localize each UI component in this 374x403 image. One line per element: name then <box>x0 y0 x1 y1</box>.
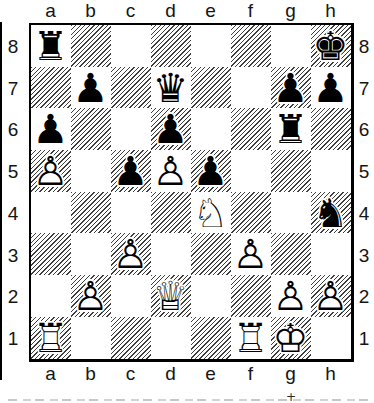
pawn-silhouette: ♟ <box>31 150 71 192</box>
rank-label-left-1: 1 <box>8 329 19 348</box>
rank-label-right-2: 2 <box>359 287 370 306</box>
file-labels-bottom: abcdefgh <box>31 363 351 384</box>
pawn-silhouette: ♟ <box>71 275 111 317</box>
square-b3 <box>71 233 111 275</box>
white-pawn-icon: ♙ <box>151 150 191 192</box>
rank-label-right-4: 4 <box>359 204 370 223</box>
diagram-page: abcdefgh 87654321 ♜♚♟♛♟♟♟♟♜♟♙♟♟♙♟♞♘♞♟♙♟♙… <box>0 0 374 403</box>
square-c6 <box>111 108 151 150</box>
cropped-caption-line <box>8 399 370 401</box>
black-rook-icon: ♜ <box>271 108 311 150</box>
piece-black-king-h8: ♚ <box>311 25 351 67</box>
square-g8 <box>271 25 311 67</box>
rook-silhouette: ♜ <box>231 317 271 359</box>
square-a1: ♜♖ <box>31 317 71 359</box>
square-h3 <box>311 233 351 275</box>
piece-black-knight-h4: ♞ <box>311 192 351 234</box>
piece-white-pawn-g2: ♟♙ <box>271 275 311 317</box>
square-d4 <box>151 192 191 234</box>
rank-label-right-3: 3 <box>359 246 370 265</box>
rank-label-left-7: 7 <box>8 79 19 98</box>
white-pawn-icon: ♙ <box>111 233 151 275</box>
black-pawn-icon: ♟ <box>271 67 311 109</box>
square-c1 <box>111 317 151 359</box>
piece-black-rook-g6: ♜ <box>271 108 311 150</box>
square-c7 <box>111 67 151 109</box>
white-knight-icon: ♘ <box>191 192 231 234</box>
cropped-caption-fragment: + <box>286 391 296 403</box>
white-pawn-icon: ♙ <box>31 150 71 192</box>
square-h1 <box>311 317 351 359</box>
square-d3 <box>151 233 191 275</box>
piece-black-pawn-c5: ♟ <box>111 150 151 192</box>
piece-black-pawn-b7: ♟ <box>71 67 111 109</box>
black-queen-icon: ♛ <box>151 67 191 109</box>
square-g1: ♚♔ <box>271 317 311 359</box>
file-labels-top: abcdefgh <box>31 0 351 21</box>
piece-white-rook-f1: ♜♖ <box>231 317 271 359</box>
black-king-icon: ♚ <box>311 25 351 67</box>
piece-black-pawn-h7: ♟ <box>311 67 351 109</box>
piece-white-rook-a1: ♜♖ <box>31 317 71 359</box>
square-e1 <box>191 317 231 359</box>
square-g5 <box>271 150 311 192</box>
file-label-bottom-c: c <box>126 364 136 383</box>
rank-label-left-5: 5 <box>8 162 19 181</box>
pawn-silhouette: ♟ <box>271 275 311 317</box>
file-label-top-d: d <box>165 1 176 20</box>
white-rook-icon: ♖ <box>31 317 71 359</box>
file-label-bottom-e: e <box>205 364 216 383</box>
piece-black-queen-d7: ♛ <box>151 67 191 109</box>
rank-label-right-7: 7 <box>359 79 370 98</box>
square-b2: ♟♙ <box>71 275 111 317</box>
square-g6: ♜ <box>271 108 311 150</box>
rank-label-left-2: 2 <box>8 287 19 306</box>
square-h7: ♟ <box>311 67 351 109</box>
square-g3 <box>271 233 311 275</box>
square-d1 <box>151 317 191 359</box>
square-a6: ♟ <box>31 108 71 150</box>
square-e4: ♞♘ <box>191 192 231 234</box>
square-c5: ♟ <box>111 150 151 192</box>
square-d7: ♛ <box>151 67 191 109</box>
square-g4 <box>271 192 311 234</box>
rank-label-left-4: 4 <box>8 204 19 223</box>
square-c4 <box>111 192 151 234</box>
file-label-top-b: b <box>85 1 96 20</box>
square-c8 <box>111 25 151 67</box>
square-d5: ♟♙ <box>151 150 191 192</box>
king-silhouette: ♚ <box>271 317 311 359</box>
square-f7 <box>231 67 271 109</box>
file-label-bottom-a: a <box>45 364 56 383</box>
pawn-silhouette: ♟ <box>151 150 191 192</box>
square-f3: ♟♙ <box>231 233 271 275</box>
square-a5: ♟♙ <box>31 150 71 192</box>
square-d6: ♟ <box>151 108 191 150</box>
square-f8 <box>231 25 271 67</box>
rank-label-right-5: 5 <box>359 162 370 181</box>
file-label-top-a: a <box>45 1 56 20</box>
square-b4 <box>71 192 111 234</box>
white-rook-icon: ♖ <box>231 317 271 359</box>
piece-white-pawn-a5: ♟♙ <box>31 150 71 192</box>
black-knight-icon: ♞ <box>311 192 351 234</box>
rook-silhouette: ♜ <box>31 317 71 359</box>
rank-labels-right: 87654321 <box>354 26 374 360</box>
white-king-icon: ♔ <box>271 317 311 359</box>
queen-silhouette: ♛ <box>151 275 191 317</box>
square-b1 <box>71 317 111 359</box>
white-pawn-icon: ♙ <box>231 233 271 275</box>
piece-black-pawn-d6: ♟ <box>151 108 191 150</box>
black-pawn-icon: ♟ <box>191 150 231 192</box>
file-label-top-f: f <box>248 1 253 20</box>
square-f1: ♜♖ <box>231 317 271 359</box>
square-h5 <box>311 150 351 192</box>
square-h4: ♞ <box>311 192 351 234</box>
square-h8: ♚ <box>311 25 351 67</box>
piece-white-king-g1: ♚♔ <box>271 317 311 359</box>
pawn-silhouette: ♟ <box>231 233 271 275</box>
square-f4 <box>231 192 271 234</box>
square-a3 <box>31 233 71 275</box>
piece-black-pawn-g7: ♟ <box>271 67 311 109</box>
piece-white-pawn-f3: ♟♙ <box>231 233 271 275</box>
rank-label-right-8: 8 <box>359 37 370 56</box>
black-pawn-icon: ♟ <box>151 108 191 150</box>
file-label-top-h: h <box>325 1 336 20</box>
square-a2 <box>31 275 71 317</box>
square-c3: ♟♙ <box>111 233 151 275</box>
black-pawn-icon: ♟ <box>311 67 351 109</box>
piece-white-pawn-c3: ♟♙ <box>111 233 151 275</box>
square-h2: ♟♙ <box>311 275 351 317</box>
square-d8 <box>151 25 191 67</box>
square-f6 <box>231 108 271 150</box>
pawn-silhouette: ♟ <box>311 275 351 317</box>
piece-white-pawn-d5: ♟♙ <box>151 150 191 192</box>
square-g2: ♟♙ <box>271 275 311 317</box>
square-b6 <box>71 108 111 150</box>
square-e2 <box>191 275 231 317</box>
rank-label-left-8: 8 <box>8 37 19 56</box>
square-e7 <box>191 67 231 109</box>
white-queen-icon: ♕ <box>151 275 191 317</box>
piece-white-queen-d2: ♛♕ <box>151 275 191 317</box>
piece-black-rook-a8: ♜ <box>31 25 71 67</box>
piece-white-pawn-h2: ♟♙ <box>311 275 351 317</box>
square-b7: ♟ <box>71 67 111 109</box>
file-label-top-e: e <box>205 1 216 20</box>
square-a4 <box>31 192 71 234</box>
square-e5: ♟ <box>191 150 231 192</box>
file-label-bottom-b: b <box>85 364 96 383</box>
file-label-top-g: g <box>285 1 296 20</box>
file-label-bottom-g: g <box>285 364 296 383</box>
white-pawn-icon: ♙ <box>271 275 311 317</box>
square-b8 <box>71 25 111 67</box>
piece-white-knight-e4: ♞♘ <box>191 192 231 234</box>
chess-board: ♜♚♟♛♟♟♟♟♜♟♙♟♟♙♟♞♘♞♟♙♟♙♟♙♛♕♟♙♟♙♜♖♜♖♚♔ <box>29 23 354 362</box>
black-rook-icon: ♜ <box>31 25 71 67</box>
piece-black-pawn-e5: ♟ <box>191 150 231 192</box>
pawn-silhouette: ♟ <box>111 233 151 275</box>
rank-label-left-6: 6 <box>8 120 19 139</box>
square-g7: ♟ <box>271 67 311 109</box>
square-f5 <box>231 150 271 192</box>
rank-label-left-3: 3 <box>8 246 19 265</box>
rank-label-right-1: 1 <box>359 329 370 348</box>
piece-white-pawn-b2: ♟♙ <box>71 275 111 317</box>
white-pawn-icon: ♙ <box>71 275 111 317</box>
black-pawn-icon: ♟ <box>71 67 111 109</box>
rank-labels-left: 87654321 <box>0 26 26 360</box>
square-a7 <box>31 67 71 109</box>
file-label-bottom-f: f <box>248 364 253 383</box>
square-a8: ♜ <box>31 25 71 67</box>
rank-label-right-6: 6 <box>359 120 370 139</box>
square-e6 <box>191 108 231 150</box>
square-h6 <box>311 108 351 150</box>
file-label-bottom-d: d <box>165 364 176 383</box>
square-c2 <box>111 275 151 317</box>
square-d2: ♛♕ <box>151 275 191 317</box>
file-label-bottom-h: h <box>325 364 336 383</box>
file-label-top-c: c <box>126 1 136 20</box>
piece-black-pawn-a6: ♟ <box>31 108 71 150</box>
square-e8 <box>191 25 231 67</box>
square-e3 <box>191 233 231 275</box>
knight-silhouette: ♞ <box>191 192 231 234</box>
black-pawn-icon: ♟ <box>31 108 71 150</box>
square-b5 <box>71 150 111 192</box>
square-f2 <box>231 275 271 317</box>
white-pawn-icon: ♙ <box>311 275 351 317</box>
black-pawn-icon: ♟ <box>111 150 151 192</box>
